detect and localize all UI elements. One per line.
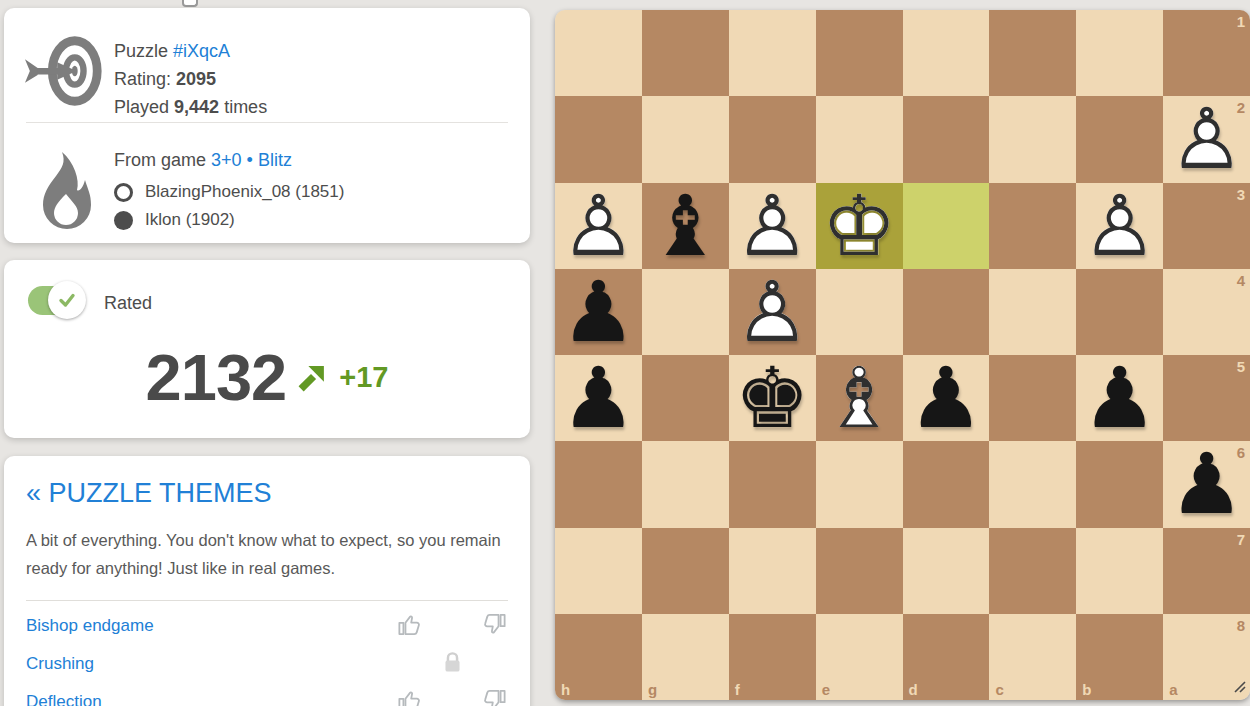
square-d6[interactable] (903, 441, 990, 527)
square-h2[interactable] (555, 96, 642, 182)
black-pawn: ♟ (903, 355, 990, 441)
square-a6[interactable]: ♟6 (1163, 441, 1250, 527)
white-player-name[interactable]: BlazingPhoenix_08 (1851) (145, 178, 344, 206)
white-player-row[interactable]: BlazingPhoenix_08 (1851) (114, 178, 344, 206)
white-king: ♚ (816, 183, 903, 269)
themes-description: A bit of everything. You don't know what… (26, 526, 508, 582)
puzzle-id-link[interactable]: #iXqcA (173, 41, 230, 61)
file-label-c: c (995, 681, 1003, 698)
rank-label-4: 4 (1237, 272, 1245, 289)
toggle-knob-check-icon (48, 281, 86, 319)
white-pawn-outline: ♙ (1076, 183, 1163, 269)
thumbs-down-icon[interactable] (481, 611, 508, 642)
square-e1[interactable] (816, 10, 903, 96)
white-pawn-outline: ♙ (729, 183, 816, 269)
rating-delta: +17 (339, 361, 388, 394)
rated-label: Rated (104, 293, 152, 314)
white-pawn: ♟ (729, 269, 816, 355)
lock-icon (443, 650, 462, 679)
white-pawn: ♟ (1076, 183, 1163, 269)
themes-card: « PUZZLE THEMES A bit of everything. You… (4, 456, 530, 706)
square-h3[interactable]: ♟♙ (555, 183, 642, 269)
square-g1[interactable] (642, 10, 729, 96)
puzzle-played-prefix: Played (114, 97, 169, 117)
square-f1[interactable] (729, 10, 816, 96)
square-g7[interactable] (642, 528, 729, 614)
cutoff-element (182, 0, 198, 7)
blitz-flame-icon (36, 150, 96, 234)
puzzle-title-line: Puzzle #iXqcA (114, 37, 267, 65)
rated-toggle[interactable] (28, 286, 80, 315)
file-label-a: a (1169, 681, 1177, 698)
themes-divider (26, 600, 508, 601)
square-c5[interactable] (989, 355, 1076, 441)
square-f8[interactable]: f (729, 614, 816, 700)
rating-card: Rated 2132 +17 (4, 260, 530, 438)
square-a3[interactable]: 3 (1163, 183, 1250, 269)
theme-row: Crushing (26, 645, 508, 683)
rank-label-8: 8 (1237, 617, 1245, 634)
black-pawn: ♟ (555, 269, 642, 355)
black-bishop: ♝ (642, 183, 729, 269)
square-e5[interactable]: ♝♗ (816, 355, 903, 441)
square-h1[interactable] (555, 10, 642, 96)
puzzle-rating-label: Rating: (114, 69, 171, 89)
square-h4[interactable]: ♟ (555, 269, 642, 355)
board-resize-handle[interactable] (1232, 679, 1246, 697)
black-king: ♚ (729, 355, 816, 441)
file-label-e: e (822, 681, 830, 698)
black-player-row[interactable]: Iklon (1902) (114, 206, 344, 234)
thumbs-down-icon[interactable] (481, 687, 508, 706)
from-game-link[interactable]: 3+0 • Blitz (211, 150, 292, 170)
theme-link-bishop-endgame[interactable]: Bishop endgame (26, 616, 154, 636)
square-g4[interactable] (642, 269, 729, 355)
square-b7[interactable] (1076, 528, 1163, 614)
theme-row: Bishop endgame (26, 607, 508, 645)
white-pawn: ♟ (729, 183, 816, 269)
puzzle-played-suffix: times (224, 97, 267, 117)
square-g3[interactable]: ♝ (642, 183, 729, 269)
square-d2[interactable] (903, 96, 990, 182)
theme-link-deflection[interactable]: Deflection (26, 692, 102, 706)
theme-link-crushing[interactable]: Crushing (26, 654, 94, 674)
square-d8[interactable]: d (903, 614, 990, 700)
rank-label-5: 5 (1237, 358, 1245, 375)
square-b5[interactable]: ♟ (1076, 355, 1163, 441)
rank-label-2: 2 (1237, 99, 1245, 116)
square-c8[interactable]: c (989, 614, 1076, 700)
puzzle-title-prefix: Puzzle (114, 41, 168, 61)
square-e2[interactable] (816, 96, 903, 182)
square-g2[interactable] (642, 96, 729, 182)
square-a5[interactable]: 5 (1163, 355, 1250, 441)
from-game-line: From game 3+0 • Blitz (114, 146, 344, 178)
square-e3[interactable]: ♚♔ (816, 183, 903, 269)
square-c6[interactable] (989, 441, 1076, 527)
black-pawn: ♟ (1076, 355, 1163, 441)
square-d7[interactable] (903, 528, 990, 614)
square-g5[interactable] (642, 355, 729, 441)
rating-up-arrow-icon (298, 363, 327, 392)
square-e8[interactable]: e (816, 614, 903, 700)
file-label-b: b (1082, 681, 1091, 698)
square-e4[interactable] (816, 269, 903, 355)
square-b4[interactable] (1076, 269, 1163, 355)
black-pawn: ♟ (1163, 441, 1250, 527)
white-pawn: ♟ (1163, 96, 1250, 182)
square-h5[interactable]: ♟ (555, 355, 642, 441)
square-c1[interactable] (989, 10, 1076, 96)
file-label-g: g (648, 681, 657, 698)
white-bishop-outline: ♗ (816, 355, 903, 441)
white-pawn-outline: ♙ (555, 183, 642, 269)
square-a1[interactable]: 1 (1163, 10, 1250, 96)
puzzle-rating-line: Rating: 2095 (114, 65, 267, 93)
rank-label-7: 7 (1237, 531, 1245, 548)
rank-label-3: 3 (1237, 186, 1245, 203)
square-h8[interactable]: h (555, 614, 642, 700)
white-pawn: ♟ (555, 183, 642, 269)
square-d3[interactable] (903, 183, 990, 269)
white-bishop: ♝ (816, 355, 903, 441)
square-b2[interactable] (1076, 96, 1163, 182)
square-f4[interactable]: ♟♙ (729, 269, 816, 355)
square-f3[interactable]: ♟♙ (729, 183, 816, 269)
square-c3[interactable] (989, 183, 1076, 269)
square-a7[interactable]: 7 (1163, 528, 1250, 614)
square-a4[interactable]: 4 (1163, 269, 1250, 355)
card-divider (26, 122, 508, 123)
white-pawn-outline: ♙ (729, 269, 816, 355)
square-c2[interactable] (989, 96, 1076, 182)
square-g8[interactable]: g (642, 614, 729, 700)
chess-board: 1♟♙2♟♙♝♟♙♚♔♟♙3♟♟♙4♟♚♝♗♟♟5♟67hgfedcb8a (555, 10, 1250, 700)
thumbs-up-icon[interactable] (396, 687, 423, 706)
white-pawn-outline: ♙ (1163, 96, 1250, 182)
square-b6[interactable] (1076, 441, 1163, 527)
theme-row: Deflection (26, 683, 508, 706)
black-pawn: ♟ (555, 355, 642, 441)
puzzle-rating-value: 2095 (176, 69, 216, 89)
square-e7[interactable] (816, 528, 903, 614)
thumbs-up-icon[interactable] (396, 611, 423, 642)
user-puzzle-rating: 2132 (146, 340, 287, 415)
square-c7[interactable] (989, 528, 1076, 614)
square-d5[interactable]: ♟ (903, 355, 990, 441)
square-h7[interactable] (555, 528, 642, 614)
square-e6[interactable] (816, 441, 903, 527)
square-f6[interactable] (729, 441, 816, 527)
square-c4[interactable] (989, 269, 1076, 355)
square-f5[interactable]: ♚ (729, 355, 816, 441)
black-player-icon (114, 211, 133, 230)
rank-label-1: 1 (1237, 13, 1245, 30)
square-f2[interactable] (729, 96, 816, 182)
file-label-f: f (735, 681, 740, 698)
square-d1[interactable] (903, 10, 990, 96)
square-a2[interactable]: ♟♙2 (1163, 96, 1250, 182)
square-g6[interactable] (642, 441, 729, 527)
black-player-name[interactable]: Iklon (1902) (145, 206, 235, 234)
file-label-h: h (561, 681, 570, 698)
puzzle-played-count: 9,442 (174, 97, 219, 117)
white-king-outline: ♔ (816, 183, 903, 269)
square-b1[interactable] (1076, 10, 1163, 96)
target-icon (24, 30, 106, 116)
square-d4[interactable] (903, 269, 990, 355)
from-game-prefix: From game (114, 150, 206, 170)
square-h6[interactable] (555, 441, 642, 527)
puzzle-played-line: Played 9,442 times (114, 93, 267, 121)
rank-label-6: 6 (1237, 444, 1245, 461)
puzzle-info-card: Puzzle #iXqcA Rating: 2095 Played 9,442 … (4, 8, 530, 243)
square-b3[interactable]: ♟♙ (1076, 183, 1163, 269)
file-label-d: d (909, 681, 918, 698)
square-b8[interactable]: b (1076, 614, 1163, 700)
themes-header[interactable]: « PUZZLE THEMES (26, 478, 508, 509)
square-f7[interactable] (729, 528, 816, 614)
white-player-icon (114, 183, 133, 202)
